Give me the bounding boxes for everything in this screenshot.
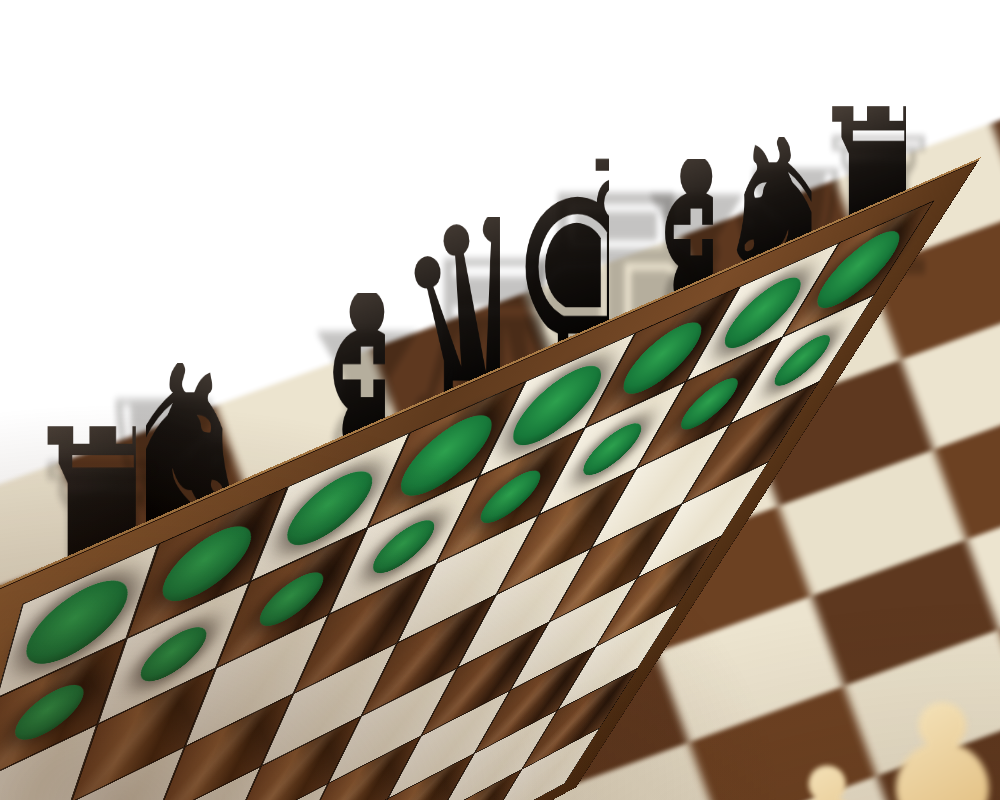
square-a8: ♜ [0, 543, 159, 698]
chess-set-photo: ♜♞♝♛♚♝♞♜♟♟♟♟♟♟♟♟ ♟♟ [0, 0, 1000, 800]
white-pawn-partial-2: ♟ [808, 668, 1000, 800]
